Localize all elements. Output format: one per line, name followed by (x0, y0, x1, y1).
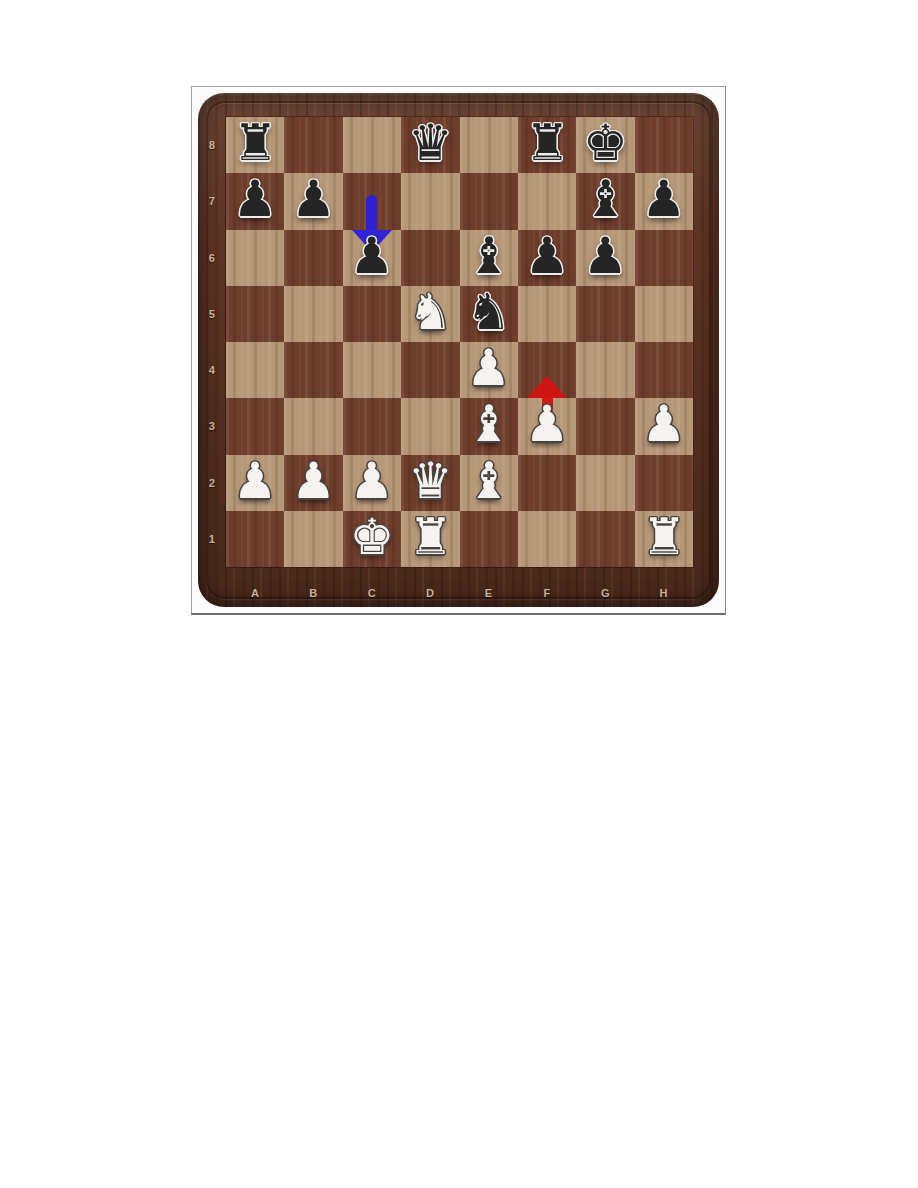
rank-label-2: 2 (198, 455, 226, 511)
rank-label-3: 3 (198, 398, 226, 454)
square-e6[interactable]: ♝ (460, 230, 518, 286)
square-g2[interactable] (576, 455, 634, 511)
file-label-a: A (226, 586, 284, 599)
square-c2[interactable]: ♟ (343, 455, 401, 511)
rank-label-5: 5 (198, 286, 226, 342)
piece-white-pawn: ♟ (525, 399, 570, 449)
square-f2[interactable] (518, 455, 576, 511)
piece-black-pawn: ♟ (641, 174, 686, 224)
square-a7[interactable]: ♟ (226, 173, 284, 229)
square-c8[interactable] (343, 117, 401, 173)
file-label-g: G (576, 586, 634, 599)
piece-white-bishop: ♝ (466, 456, 511, 506)
square-f3[interactable]: ♟ (518, 398, 576, 454)
piece-black-bishop: ♝ (466, 231, 511, 281)
square-e4[interactable]: ♟ (460, 342, 518, 398)
square-h7[interactable]: ♟ (635, 173, 693, 229)
square-b3[interactable] (284, 398, 342, 454)
square-b8[interactable] (284, 117, 342, 173)
piece-white-pawn: ♟ (350, 456, 395, 506)
square-h6[interactable] (635, 230, 693, 286)
piece-black-pawn: ♟ (291, 174, 336, 224)
square-g3[interactable] (576, 398, 634, 454)
square-h2[interactable] (635, 455, 693, 511)
square-g4[interactable] (576, 342, 634, 398)
piece-black-queen: ♛ (408, 118, 453, 168)
file-label-d: D (401, 586, 459, 599)
file-label-c: C (343, 586, 401, 599)
board-grid: ♜♛♜♚♟♟♝♟♟♝♟♟♞♞♟♝♟♟♟♟♟♛♝♚♜♜ (226, 117, 693, 567)
rank-label-7: 7 (198, 173, 226, 229)
piece-black-knight: ♞ (466, 287, 511, 337)
square-g6[interactable]: ♟ (576, 230, 634, 286)
square-d7[interactable] (401, 173, 459, 229)
piece-black-rook: ♜ (525, 118, 570, 168)
square-f8[interactable]: ♜ (518, 117, 576, 173)
rank-label-1: 1 (198, 511, 226, 567)
square-c6[interactable]: ♟ (343, 230, 401, 286)
piece-black-pawn: ♟ (233, 174, 278, 224)
piece-white-king: ♚ (350, 512, 395, 562)
square-f7[interactable] (518, 173, 576, 229)
piece-black-pawn: ♟ (525, 231, 570, 281)
square-g5[interactable] (576, 286, 634, 342)
square-e5[interactable]: ♞ (460, 286, 518, 342)
square-b7[interactable]: ♟ (284, 173, 342, 229)
square-h4[interactable] (635, 342, 693, 398)
square-d5[interactable]: ♞ (401, 286, 459, 342)
square-c1[interactable]: ♚ (343, 511, 401, 567)
rank-label-8: 8 (198, 117, 226, 173)
square-b6[interactable] (284, 230, 342, 286)
square-b5[interactable] (284, 286, 342, 342)
square-f4[interactable] (518, 342, 576, 398)
square-e8[interactable] (460, 117, 518, 173)
square-e7[interactable] (460, 173, 518, 229)
square-a4[interactable] (226, 342, 284, 398)
square-a6[interactable] (226, 230, 284, 286)
square-d8[interactable]: ♛ (401, 117, 459, 173)
piece-black-pawn: ♟ (583, 231, 628, 281)
square-g7[interactable]: ♝ (576, 173, 634, 229)
square-c5[interactable] (343, 286, 401, 342)
square-d2[interactable]: ♛ (401, 455, 459, 511)
piece-white-pawn: ♟ (641, 399, 686, 449)
square-g1[interactable] (576, 511, 634, 567)
file-label-h: H (635, 586, 693, 599)
square-e2[interactable]: ♝ (460, 455, 518, 511)
piece-black-king: ♚ (583, 118, 628, 168)
square-a8[interactable]: ♜ (226, 117, 284, 173)
square-a3[interactable] (226, 398, 284, 454)
square-c4[interactable] (343, 342, 401, 398)
square-h5[interactable] (635, 286, 693, 342)
square-h8[interactable] (635, 117, 693, 173)
square-b1[interactable] (284, 511, 342, 567)
file-labels: ABCDEFGH (226, 586, 693, 599)
square-d3[interactable] (401, 398, 459, 454)
chess-board: ♜♛♜♚♟♟♝♟♟♝♟♟♞♞♟♝♟♟♟♟♟♛♝♚♜♜ 87654321 ABCD… (198, 93, 719, 607)
square-f6[interactable]: ♟ (518, 230, 576, 286)
piece-black-pawn: ♟ (350, 231, 395, 281)
square-d6[interactable] (401, 230, 459, 286)
square-b2[interactable]: ♟ (284, 455, 342, 511)
square-d1[interactable]: ♜ (401, 511, 459, 567)
square-f5[interactable] (518, 286, 576, 342)
piece-white-pawn: ♟ (233, 456, 278, 506)
square-e3[interactable]: ♝ (460, 398, 518, 454)
piece-white-queen: ♛ (408, 456, 453, 506)
piece-white-pawn: ♟ (466, 343, 511, 393)
chess-diagram: ♜♛♜♚♟♟♝♟♟♝♟♟♞♞♟♝♟♟♟♟♟♛♝♚♜♜ 87654321 ABCD… (191, 86, 726, 615)
piece-white-rook: ♜ (408, 512, 453, 562)
square-c3[interactable] (343, 398, 401, 454)
piece-white-rook: ♜ (641, 512, 686, 562)
square-g8[interactable]: ♚ (576, 117, 634, 173)
file-label-e: E (460, 586, 518, 599)
piece-white-pawn: ♟ (291, 456, 336, 506)
rank-label-4: 4 (198, 342, 226, 398)
square-h1[interactable]: ♜ (635, 511, 693, 567)
piece-white-knight: ♞ (408, 287, 453, 337)
file-label-f: F (518, 586, 576, 599)
square-c7[interactable] (343, 173, 401, 229)
piece-white-bishop: ♝ (466, 399, 511, 449)
square-a1[interactable] (226, 511, 284, 567)
square-f1[interactable] (518, 511, 576, 567)
piece-black-rook: ♜ (233, 118, 278, 168)
square-a5[interactable] (226, 286, 284, 342)
page-background: ♜♛♜♚♟♟♝♟♟♝♟♟♞♞♟♝♟♟♟♟♟♛♝♚♜♜ 87654321 ABCD… (0, 0, 918, 1188)
rank-label-6: 6 (198, 230, 226, 286)
square-a2[interactable]: ♟ (226, 455, 284, 511)
square-d4[interactable] (401, 342, 459, 398)
square-b4[interactable] (284, 342, 342, 398)
rank-labels: 87654321 (198, 117, 226, 567)
file-label-b: B (284, 586, 342, 599)
square-e1[interactable] (460, 511, 518, 567)
piece-black-bishop: ♝ (583, 174, 628, 224)
square-h3[interactable]: ♟ (635, 398, 693, 454)
